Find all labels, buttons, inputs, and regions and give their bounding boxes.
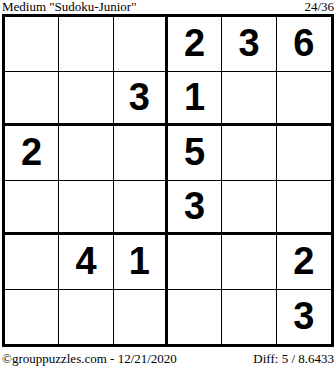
cell-r6c3[interactable] (114, 290, 168, 345)
cell-r4c1[interactable] (5, 181, 59, 236)
cell-r1c3[interactable] (114, 17, 168, 72)
cell-r4c5[interactable] (222, 181, 276, 236)
cell-r2c5[interactable] (222, 72, 276, 127)
cell-r2c2[interactable] (59, 72, 113, 127)
cell-r2c6[interactable] (277, 72, 331, 127)
cell-r1c5[interactable]: 3 (222, 17, 276, 72)
cell-r5c1[interactable] (5, 235, 59, 290)
cell-r5c6[interactable]: 2 (277, 235, 331, 290)
cell-r2c3[interactable]: 3 (114, 72, 168, 127)
cell-r3c1[interactable]: 2 (5, 126, 59, 181)
cell-r2c1[interactable] (5, 72, 59, 127)
cell-r1c4[interactable]: 2 (168, 17, 222, 72)
cell-r4c2[interactable] (59, 181, 113, 236)
cell-r3c6[interactable] (277, 126, 331, 181)
progress-counter: 24/36 (304, 0, 334, 14)
puzzle-title: Medium "Sudoku-Junior" (2, 0, 136, 14)
cell-r5c2[interactable]: 4 (59, 235, 113, 290)
sudoku-board: 236312534123 (2, 14, 334, 347)
cell-r5c5[interactable] (222, 235, 276, 290)
cell-r6c6[interactable]: 3 (277, 290, 331, 345)
cell-r6c2[interactable] (59, 290, 113, 345)
header: Medium "Sudoku-Junior" 24/36 (0, 0, 336, 14)
footer-difficulty: Diff: 5 / 8.6433 (253, 351, 334, 366)
cell-r3c5[interactable] (222, 126, 276, 181)
cell-r1c2[interactable] (59, 17, 113, 72)
cell-r2c4[interactable]: 1 (168, 72, 222, 127)
cell-r4c3[interactable] (114, 181, 168, 236)
cell-r1c6[interactable]: 6 (277, 17, 331, 72)
footer: ©grouppuzzles.com - 12/21/2020 Diff: 5 /… (0, 351, 336, 366)
cell-r6c4[interactable] (168, 290, 222, 345)
cell-r3c3[interactable] (114, 126, 168, 181)
cell-r5c4[interactable] (168, 235, 222, 290)
cell-r6c5[interactable] (222, 290, 276, 345)
cell-r3c2[interactable] (59, 126, 113, 181)
cell-r4c6[interactable] (277, 181, 331, 236)
cell-r1c1[interactable] (5, 17, 59, 72)
cell-r4c4[interactable]: 3 (168, 181, 222, 236)
footer-copyright: ©grouppuzzles.com - 12/21/2020 (2, 351, 177, 366)
cell-r5c3[interactable]: 1 (114, 235, 168, 290)
cell-r3c4[interactable]: 5 (168, 126, 222, 181)
cell-r6c1[interactable] (5, 290, 59, 345)
